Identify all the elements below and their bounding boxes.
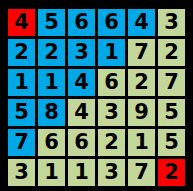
grid-cell-r6c3-green[interactable]: 1 (68, 159, 95, 186)
grid-cell-r5c3-green[interactable]: 6 (68, 129, 95, 156)
grid-cell-r4c1-blue[interactable]: 5 (8, 99, 35, 126)
grid-cell-r5c2-green[interactable]: 6 (38, 129, 65, 156)
grid-cell-r2c3-blue[interactable]: 3 (68, 39, 95, 66)
grid-cell-r6c2-green[interactable]: 1 (38, 159, 65, 186)
grid-cell-r2c5-green[interactable]: 7 (128, 39, 155, 66)
grid-cell-r6c6-red[interactable]: 2 (158, 159, 185, 186)
grid-cell-r2c2-blue[interactable]: 2 (38, 39, 65, 66)
grid-cell-r1c3-blue[interactable]: 6 (68, 9, 95, 36)
grid-cell-r4c5-green[interactable]: 9 (128, 99, 155, 126)
grid-cell-r6c4-green[interactable]: 3 (98, 159, 125, 186)
grid-cell-r4c6-green[interactable]: 5 (158, 99, 185, 126)
grid-cell-r1c1-red[interactable]: 4 (8, 9, 35, 36)
grid-cell-r4c4-green[interactable]: 3 (98, 99, 125, 126)
grid-cell-r2c6-green[interactable]: 2 (158, 39, 185, 66)
grid-cell-r6c1-green[interactable]: 3 (8, 159, 35, 186)
grid-cell-r5c6-green[interactable]: 5 (158, 129, 185, 156)
grid-cell-r3c4-green[interactable]: 6 (98, 69, 125, 96)
grid-cell-r6c5-green[interactable]: 7 (128, 159, 155, 186)
grid-cell-r3c5-green[interactable]: 2 (128, 69, 155, 96)
grid-cell-r2c1-blue[interactable]: 2 (8, 39, 35, 66)
grid-cell-r1c6-green[interactable]: 3 (158, 9, 185, 36)
grid-cell-r1c2-blue[interactable]: 5 (38, 9, 65, 36)
grid-cell-r2c4-blue[interactable]: 1 (98, 39, 125, 66)
grid-cell-r4c3-green[interactable]: 4 (68, 99, 95, 126)
grid-cell-r5c4-green[interactable]: 2 (98, 129, 125, 156)
grid-cell-r5c1-blue[interactable]: 7 (8, 129, 35, 156)
grid-cell-r1c5-blue[interactable]: 4 (128, 9, 155, 36)
grid-cell-r4c2-blue[interactable]: 8 (38, 99, 65, 126)
grid-cell-r3c6-green[interactable]: 7 (158, 69, 185, 96)
grid-cell-r3c1-blue[interactable]: 1 (8, 69, 35, 96)
grid-cell-r3c3-blue[interactable]: 4 (68, 69, 95, 96)
puzzle-board: 456643223172114627584395766215311372 (0, 0, 193, 191)
grid-cell-r1c4-blue[interactable]: 6 (98, 9, 125, 36)
grid-cell-r5c5-green[interactable]: 1 (128, 129, 155, 156)
grid-cell-r3c2-blue[interactable]: 1 (38, 69, 65, 96)
